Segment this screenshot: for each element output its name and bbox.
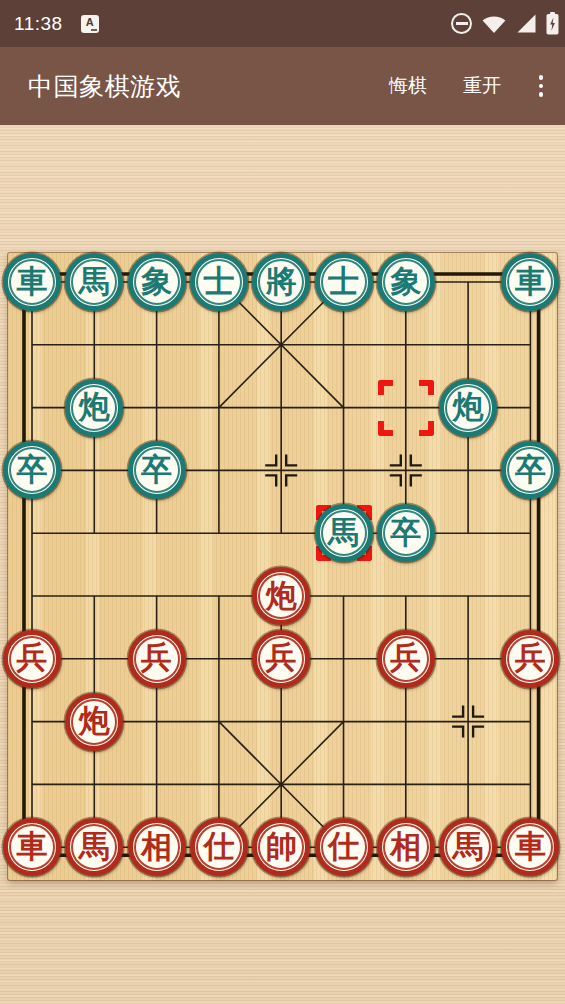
piece-character: 車	[17, 831, 48, 862]
piece-red-soldier[interactable]: 兵	[3, 630, 61, 688]
piece-character: 仕	[328, 831, 359, 862]
piece-character: 士	[328, 266, 359, 297]
piece-black-advisor[interactable]: 士	[315, 253, 373, 311]
piece-character: 相	[141, 831, 172, 862]
piece-black-general[interactable]: 將	[252, 253, 310, 311]
piece-character: 卒	[390, 517, 421, 548]
piece-character: 兵	[141, 642, 172, 673]
piece-black-chariot[interactable]: 車	[501, 253, 559, 311]
restart-button[interactable]: 重开	[445, 63, 519, 109]
piece-red-cannon[interactable]: 炮	[252, 567, 310, 625]
piece-character: 馬	[79, 831, 110, 862]
piece-red-general[interactable]: 帥	[252, 818, 310, 876]
piece-character: 炮	[266, 580, 297, 611]
piece-character: 象	[141, 266, 172, 297]
battery-charging-icon	[546, 12, 559, 35]
do-not-disturb-icon	[451, 13, 472, 34]
piece-black-horse[interactable]: 馬	[65, 253, 123, 311]
piece-character: 兵	[515, 642, 546, 673]
piece-black-soldier[interactable]: 卒	[128, 441, 186, 499]
piece-character: 仕	[203, 831, 234, 862]
piece-character: 卒	[17, 454, 48, 485]
piece-red-elephant[interactable]: 相	[377, 818, 435, 876]
piece-character: 車	[515, 831, 546, 862]
last-move-from-marker	[378, 380, 434, 436]
piece-black-soldier[interactable]: 卒	[3, 441, 61, 499]
notification-a-icon: A	[81, 15, 99, 33]
piece-red-elephant[interactable]: 相	[128, 818, 186, 876]
piece-black-elephant[interactable]: 象	[128, 253, 186, 311]
piece-character: 馬	[328, 517, 359, 548]
piece-red-soldier[interactable]: 兵	[252, 630, 310, 688]
piece-black-soldier[interactable]: 卒	[377, 504, 435, 562]
piece-red-horse[interactable]: 馬	[439, 818, 497, 876]
piece-black-advisor[interactable]: 士	[190, 253, 248, 311]
piece-character: 象	[390, 266, 421, 297]
status-bar: 11:38 A	[0, 0, 565, 47]
piece-character: 相	[390, 831, 421, 862]
screen: 11:38 A 中国象棋游戏 悔棋 重开 車馬象士將士象車炮炮卒卒卒馬卒炮兵兵兵…	[0, 0, 565, 1004]
piece-character: 兵	[266, 642, 297, 673]
app-bar: 中国象棋游戏 悔棋 重开	[0, 47, 565, 125]
piece-character: 卒	[515, 454, 546, 485]
piece-character: 炮	[453, 391, 484, 422]
piece-character: 士	[203, 266, 234, 297]
piece-red-advisor[interactable]: 仕	[315, 818, 373, 876]
piece-black-cannon[interactable]: 炮	[439, 379, 497, 437]
piece-red-soldier[interactable]: 兵	[128, 630, 186, 688]
piece-character: 兵	[390, 642, 421, 673]
cellular-signal-icon	[516, 13, 537, 34]
piece-red-soldier[interactable]: 兵	[501, 630, 559, 688]
status-icons	[451, 12, 559, 35]
wifi-icon	[481, 13, 507, 34]
piece-character: 車	[17, 266, 48, 297]
piece-character: 將	[266, 266, 297, 297]
piece-black-chariot[interactable]: 車	[3, 253, 61, 311]
piece-black-cannon[interactable]: 炮	[65, 379, 123, 437]
piece-character: 卒	[141, 454, 172, 485]
piece-character: 馬	[79, 266, 110, 297]
piece-red-soldier[interactable]: 兵	[377, 630, 435, 688]
piece-character: 車	[515, 266, 546, 297]
undo-move-button[interactable]: 悔棋	[371, 63, 445, 109]
piece-red-advisor[interactable]: 仕	[190, 818, 248, 876]
clock: 11:38	[14, 13, 63, 35]
piece-character: 馬	[453, 831, 484, 862]
piece-black-horse[interactable]: 馬	[315, 504, 373, 562]
piece-character: 炮	[79, 705, 110, 736]
board[interactable]: 車馬象士將士象車炮炮卒卒卒馬卒炮兵兵兵兵兵炮車馬相仕帥仕相馬車	[8, 253, 557, 880]
piece-red-chariot[interactable]: 車	[3, 818, 61, 876]
piece-red-cannon[interactable]: 炮	[65, 693, 123, 751]
piece-character: 兵	[17, 642, 48, 673]
piece-black-elephant[interactable]: 象	[377, 253, 435, 311]
overflow-menu-button[interactable]	[519, 67, 563, 105]
page-title: 中国象棋游戏	[28, 70, 371, 103]
piece-character: 帥	[266, 831, 297, 862]
piece-character: 炮	[79, 391, 110, 422]
